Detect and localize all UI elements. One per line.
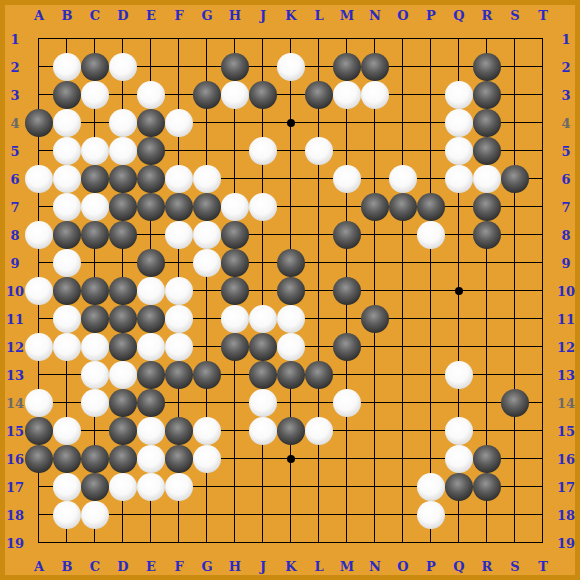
white-stone[interactable] bbox=[53, 333, 81, 361]
black-stone[interactable] bbox=[109, 193, 137, 221]
column-label-bottom: B bbox=[62, 560, 73, 573]
black-stone[interactable] bbox=[501, 165, 529, 193]
white-stone[interactable] bbox=[193, 165, 221, 193]
white-stone[interactable] bbox=[445, 165, 473, 193]
black-stone[interactable] bbox=[137, 361, 165, 389]
white-stone[interactable] bbox=[53, 165, 81, 193]
black-stone[interactable] bbox=[137, 249, 165, 277]
black-stone[interactable] bbox=[473, 109, 501, 137]
white-stone[interactable] bbox=[137, 417, 165, 445]
column-label-bottom: C bbox=[90, 560, 100, 573]
white-stone[interactable] bbox=[249, 137, 277, 165]
white-stone[interactable] bbox=[25, 277, 53, 305]
column-label-bottom: F bbox=[174, 560, 183, 573]
white-stone[interactable] bbox=[81, 333, 109, 361]
white-stone[interactable] bbox=[109, 361, 137, 389]
white-stone[interactable] bbox=[249, 305, 277, 333]
white-stone[interactable] bbox=[305, 137, 333, 165]
white-stone[interactable] bbox=[53, 305, 81, 333]
row-label-left: 9 bbox=[10, 257, 19, 270]
grid-line-horizontal bbox=[38, 514, 543, 515]
black-stone[interactable] bbox=[473, 473, 501, 501]
white-stone[interactable] bbox=[417, 473, 445, 501]
white-stone[interactable] bbox=[305, 417, 333, 445]
column-label-top: J bbox=[260, 9, 266, 22]
white-stone[interactable] bbox=[165, 165, 193, 193]
black-stone[interactable] bbox=[277, 249, 305, 277]
white-stone[interactable] bbox=[249, 417, 277, 445]
black-stone[interactable] bbox=[221, 277, 249, 305]
white-stone[interactable] bbox=[53, 249, 81, 277]
column-label-top: P bbox=[426, 9, 436, 22]
row-label-right: 16 bbox=[557, 453, 575, 466]
black-stone[interactable] bbox=[473, 53, 501, 81]
black-stone[interactable] bbox=[137, 389, 165, 417]
white-stone[interactable] bbox=[81, 361, 109, 389]
white-stone[interactable] bbox=[445, 361, 473, 389]
column-label-top: K bbox=[285, 9, 296, 22]
white-stone[interactable] bbox=[165, 333, 193, 361]
white-stone[interactable] bbox=[81, 137, 109, 165]
black-stone[interactable] bbox=[361, 193, 389, 221]
column-label-bottom: S bbox=[510, 560, 519, 573]
black-stone[interactable] bbox=[25, 417, 53, 445]
star-point bbox=[287, 119, 295, 127]
white-stone[interactable] bbox=[165, 277, 193, 305]
black-stone[interactable] bbox=[305, 81, 333, 109]
white-stone[interactable] bbox=[53, 109, 81, 137]
white-stone[interactable] bbox=[25, 333, 53, 361]
white-stone[interactable] bbox=[333, 389, 361, 417]
column-label-top: C bbox=[90, 9, 100, 22]
black-stone[interactable] bbox=[109, 277, 137, 305]
column-label-top: T bbox=[538, 9, 548, 22]
white-stone[interactable] bbox=[137, 81, 165, 109]
row-label-right: 1 bbox=[561, 33, 570, 46]
white-stone[interactable] bbox=[333, 165, 361, 193]
row-label-left: 18 bbox=[6, 509, 24, 522]
black-stone[interactable] bbox=[165, 193, 193, 221]
row-label-left: 5 bbox=[10, 145, 19, 158]
grid-line-horizontal bbox=[38, 542, 543, 543]
column-label-bottom: H bbox=[229, 560, 241, 573]
go-board-screen: AABBCCDDEEFFGGHHJJKKLLMMNNOOPPQQRRSSTT11… bbox=[0, 0, 580, 580]
black-stone[interactable] bbox=[137, 193, 165, 221]
black-stone[interactable] bbox=[221, 333, 249, 361]
black-stone[interactable] bbox=[81, 53, 109, 81]
row-label-right: 9 bbox=[561, 257, 570, 270]
black-stone[interactable] bbox=[333, 333, 361, 361]
row-label-right: 13 bbox=[557, 369, 575, 382]
white-stone[interactable] bbox=[137, 333, 165, 361]
row-label-left: 13 bbox=[6, 369, 24, 382]
black-stone[interactable] bbox=[81, 165, 109, 193]
grid-line-vertical bbox=[318, 38, 319, 543]
white-stone[interactable] bbox=[81, 193, 109, 221]
row-label-right: 8 bbox=[561, 229, 570, 242]
black-stone[interactable] bbox=[109, 333, 137, 361]
white-stone[interactable] bbox=[137, 473, 165, 501]
white-stone[interactable] bbox=[137, 277, 165, 305]
grid-line-vertical bbox=[514, 38, 515, 543]
black-stone[interactable] bbox=[109, 165, 137, 193]
black-stone[interactable] bbox=[361, 305, 389, 333]
black-stone[interactable] bbox=[81, 445, 109, 473]
column-label-bottom: A bbox=[34, 560, 44, 573]
black-stone[interactable] bbox=[277, 417, 305, 445]
black-stone[interactable] bbox=[333, 221, 361, 249]
white-stone[interactable] bbox=[53, 501, 81, 529]
row-label-right: 15 bbox=[557, 425, 575, 438]
black-stone[interactable] bbox=[137, 305, 165, 333]
black-stone[interactable] bbox=[81, 277, 109, 305]
column-label-bottom: Q bbox=[453, 560, 464, 573]
white-stone[interactable] bbox=[193, 249, 221, 277]
column-label-top: L bbox=[314, 9, 323, 22]
white-stone[interactable] bbox=[109, 109, 137, 137]
black-stone[interactable] bbox=[137, 137, 165, 165]
white-stone[interactable] bbox=[165, 473, 193, 501]
white-stone[interactable] bbox=[25, 221, 53, 249]
black-stone[interactable] bbox=[53, 221, 81, 249]
white-stone[interactable] bbox=[417, 501, 445, 529]
white-stone[interactable] bbox=[445, 417, 473, 445]
white-stone[interactable] bbox=[445, 137, 473, 165]
row-label-right: 7 bbox=[561, 201, 570, 214]
row-label-right: 5 bbox=[561, 145, 570, 158]
column-label-top: O bbox=[397, 9, 408, 22]
white-stone[interactable] bbox=[109, 473, 137, 501]
black-stone[interactable] bbox=[193, 361, 221, 389]
white-stone[interactable] bbox=[25, 389, 53, 417]
column-label-top: S bbox=[510, 9, 519, 22]
row-label-left: 11 bbox=[6, 313, 24, 326]
black-stone[interactable] bbox=[81, 305, 109, 333]
white-stone[interactable] bbox=[81, 389, 109, 417]
row-label-left: 6 bbox=[10, 173, 19, 186]
star-point bbox=[287, 455, 295, 463]
row-label-left: 15 bbox=[6, 425, 24, 438]
black-stone[interactable] bbox=[473, 445, 501, 473]
row-label-right: 6 bbox=[561, 173, 570, 186]
black-stone[interactable] bbox=[109, 389, 137, 417]
black-stone[interactable] bbox=[221, 53, 249, 81]
black-stone[interactable] bbox=[53, 277, 81, 305]
white-stone[interactable] bbox=[473, 165, 501, 193]
row-label-left: 14 bbox=[6, 397, 24, 410]
white-stone[interactable] bbox=[277, 333, 305, 361]
black-stone[interactable] bbox=[25, 109, 53, 137]
white-stone[interactable] bbox=[193, 417, 221, 445]
row-label-right: 4 bbox=[561, 117, 570, 130]
white-stone[interactable] bbox=[81, 501, 109, 529]
row-label-left: 3 bbox=[10, 89, 19, 102]
white-stone[interactable] bbox=[417, 221, 445, 249]
black-stone[interactable] bbox=[109, 305, 137, 333]
grid-line-vertical bbox=[402, 38, 403, 543]
black-stone[interactable] bbox=[109, 417, 137, 445]
row-label-left: 12 bbox=[6, 341, 24, 354]
black-stone[interactable] bbox=[109, 445, 137, 473]
black-stone[interactable] bbox=[473, 81, 501, 109]
column-label-bottom: E bbox=[146, 560, 156, 573]
black-stone[interactable] bbox=[305, 361, 333, 389]
column-label-bottom: L bbox=[314, 560, 323, 573]
black-stone[interactable] bbox=[277, 361, 305, 389]
row-label-right: 11 bbox=[557, 313, 575, 326]
row-label-right: 19 bbox=[557, 537, 575, 550]
column-label-bottom: R bbox=[482, 560, 493, 573]
black-stone[interactable] bbox=[165, 445, 193, 473]
white-stone[interactable] bbox=[333, 81, 361, 109]
white-stone[interactable] bbox=[137, 445, 165, 473]
black-stone[interactable] bbox=[249, 81, 277, 109]
white-stone[interactable] bbox=[277, 53, 305, 81]
black-stone[interactable] bbox=[417, 193, 445, 221]
black-stone[interactable] bbox=[333, 53, 361, 81]
row-label-right: 3 bbox=[561, 89, 570, 102]
white-stone[interactable] bbox=[445, 445, 473, 473]
column-label-bottom: N bbox=[369, 560, 381, 573]
black-stone[interactable] bbox=[333, 277, 361, 305]
row-label-left: 7 bbox=[10, 201, 19, 214]
black-stone[interactable] bbox=[165, 361, 193, 389]
row-label-right: 2 bbox=[561, 61, 570, 74]
black-stone[interactable] bbox=[109, 221, 137, 249]
column-label-bottom: K bbox=[285, 560, 296, 573]
row-label-left: 17 bbox=[6, 481, 24, 494]
column-label-bottom: M bbox=[340, 560, 354, 573]
column-label-top: H bbox=[229, 9, 241, 22]
black-stone[interactable] bbox=[165, 417, 193, 445]
white-stone[interactable] bbox=[109, 53, 137, 81]
white-stone[interactable] bbox=[221, 81, 249, 109]
column-label-bottom: O bbox=[397, 560, 408, 573]
black-stone[interactable] bbox=[445, 473, 473, 501]
black-stone[interactable] bbox=[473, 221, 501, 249]
white-stone[interactable] bbox=[277, 305, 305, 333]
black-stone[interactable] bbox=[53, 81, 81, 109]
column-label-top: F bbox=[174, 9, 183, 22]
white-stone[interactable] bbox=[165, 305, 193, 333]
black-stone[interactable] bbox=[81, 221, 109, 249]
white-stone[interactable] bbox=[389, 165, 417, 193]
white-stone[interactable] bbox=[221, 193, 249, 221]
column-label-bottom: P bbox=[426, 560, 436, 573]
white-stone[interactable] bbox=[53, 417, 81, 445]
row-label-left: 16 bbox=[6, 453, 24, 466]
white-stone[interactable] bbox=[361, 81, 389, 109]
row-label-left: 1 bbox=[10, 33, 19, 46]
white-stone[interactable] bbox=[53, 137, 81, 165]
grid-line-vertical bbox=[374, 38, 375, 543]
black-stone[interactable] bbox=[361, 53, 389, 81]
black-stone[interactable] bbox=[221, 249, 249, 277]
white-stone[interactable] bbox=[53, 193, 81, 221]
white-stone[interactable] bbox=[53, 53, 81, 81]
black-stone[interactable] bbox=[221, 221, 249, 249]
column-label-top: N bbox=[369, 9, 381, 22]
row-label-left: 10 bbox=[6, 285, 24, 298]
black-stone[interactable] bbox=[81, 473, 109, 501]
white-stone[interactable] bbox=[193, 445, 221, 473]
column-label-top: R bbox=[482, 9, 493, 22]
white-stone[interactable] bbox=[53, 473, 81, 501]
column-label-top: G bbox=[201, 9, 212, 22]
row-label-right: 17 bbox=[557, 481, 575, 494]
row-label-right: 12 bbox=[557, 341, 575, 354]
black-stone[interactable] bbox=[249, 333, 277, 361]
white-stone[interactable] bbox=[249, 389, 277, 417]
black-stone[interactable] bbox=[473, 193, 501, 221]
white-stone[interactable] bbox=[193, 221, 221, 249]
column-label-bottom: T bbox=[538, 560, 548, 573]
column-label-bottom: G bbox=[201, 560, 212, 573]
star-point bbox=[455, 287, 463, 295]
row-label-left: 4 bbox=[10, 117, 19, 130]
black-stone[interactable] bbox=[25, 445, 53, 473]
white-stone[interactable] bbox=[81, 81, 109, 109]
column-label-top: M bbox=[340, 9, 354, 22]
row-label-right: 14 bbox=[557, 397, 575, 410]
column-label-top: E bbox=[146, 9, 156, 22]
grid-line-vertical bbox=[542, 38, 543, 543]
row-label-left: 2 bbox=[10, 61, 19, 74]
white-stone[interactable] bbox=[109, 137, 137, 165]
column-label-top: A bbox=[34, 9, 44, 22]
white-stone[interactable] bbox=[445, 81, 473, 109]
white-stone[interactable] bbox=[25, 165, 53, 193]
black-stone[interactable] bbox=[137, 165, 165, 193]
column-label-top: Q bbox=[453, 9, 464, 22]
white-stone[interactable] bbox=[445, 109, 473, 137]
column-label-top: D bbox=[117, 9, 128, 22]
column-label-top: B bbox=[62, 9, 73, 22]
black-stone[interactable] bbox=[53, 445, 81, 473]
black-stone[interactable] bbox=[389, 193, 417, 221]
column-label-bottom: J bbox=[260, 560, 266, 573]
column-label-bottom: D bbox=[117, 560, 128, 573]
black-stone[interactable] bbox=[501, 389, 529, 417]
white-stone[interactable] bbox=[249, 193, 277, 221]
black-stone[interactable] bbox=[473, 137, 501, 165]
white-stone[interactable] bbox=[221, 305, 249, 333]
black-stone[interactable] bbox=[193, 193, 221, 221]
white-stone[interactable] bbox=[165, 109, 193, 137]
black-stone[interactable] bbox=[249, 361, 277, 389]
black-stone[interactable] bbox=[137, 109, 165, 137]
row-label-right: 18 bbox=[557, 509, 575, 522]
row-label-left: 19 bbox=[6, 537, 24, 550]
black-stone[interactable] bbox=[193, 81, 221, 109]
grid-line-vertical bbox=[430, 38, 431, 543]
row-label-left: 8 bbox=[10, 229, 19, 242]
white-stone[interactable] bbox=[165, 221, 193, 249]
row-label-right: 10 bbox=[557, 285, 575, 298]
black-stone[interactable] bbox=[277, 277, 305, 305]
